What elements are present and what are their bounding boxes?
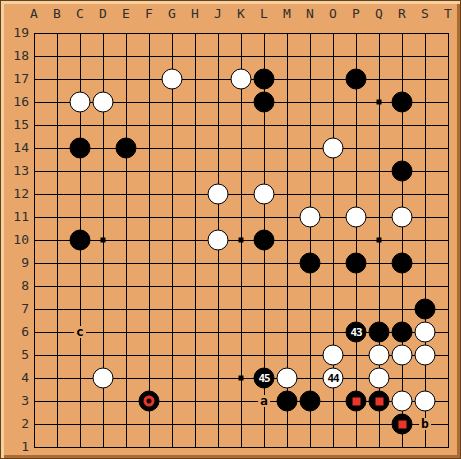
row-label: 5 [2,348,29,362]
black-stone[interactable] [277,391,298,412]
red-square-mark [352,397,360,405]
white-stone[interactable] [323,345,344,366]
white-stone[interactable] [392,345,413,366]
column-label: P [352,7,360,21]
black-stone[interactable]: 45 [254,368,275,389]
point-label-b[interactable]: b [419,418,431,430]
white-stone[interactable] [415,322,436,343]
white-stone[interactable]: 44 [323,368,344,389]
column-label: J [214,7,222,21]
point-label-a[interactable]: a [258,395,270,407]
white-stone[interactable] [231,69,252,90]
row-label: 4 [2,371,29,385]
column-label: B [53,7,61,21]
column-label: T [444,7,452,21]
white-stone[interactable] [162,69,183,90]
white-stone[interactable] [415,345,436,366]
white-stone[interactable] [392,207,413,228]
white-stone[interactable] [208,184,229,205]
column-label: N [306,7,314,21]
column-label: E [122,7,130,21]
row-label: 11 [2,210,29,224]
black-stone[interactable] [346,391,367,412]
star-point [377,100,382,105]
column-label: F [145,7,153,21]
black-stone[interactable] [254,69,275,90]
row-label: 7 [2,302,29,316]
row-label: 13 [2,164,29,178]
row-label: 2 [2,417,29,431]
black-stone[interactable] [392,253,413,274]
white-stone[interactable] [93,92,114,113]
white-stone[interactable] [346,207,367,228]
row-label: 15 [2,118,29,132]
black-stone[interactable] [300,391,321,412]
column-label: M [283,7,291,21]
black-stone[interactable] [392,161,413,182]
white-stone[interactable] [392,391,413,412]
black-stone[interactable] [392,92,413,113]
column-label: G [168,7,176,21]
move-number: 45 [258,372,269,385]
column-label: Q [375,7,383,21]
move-number: 43 [350,326,361,339]
black-stone[interactable] [70,230,91,251]
white-stone[interactable] [70,92,91,113]
white-stone[interactable] [208,230,229,251]
column-label: D [99,7,107,21]
row-label: 16 [2,95,29,109]
column-label: K [237,7,245,21]
white-stone[interactable] [369,345,390,366]
row-label: 10 [2,233,29,247]
row-label: 18 [2,49,29,63]
row-label: 9 [2,256,29,270]
white-stone[interactable] [93,368,114,389]
column-label: O [329,7,337,21]
black-stone[interactable] [346,69,367,90]
row-label: 17 [2,72,29,86]
black-stone[interactable] [392,322,413,343]
white-stone[interactable] [415,391,436,412]
go-board-screen: ABCDEFGHJKLMNOPQRST191817161514131211109… [0,0,461,459]
black-stone[interactable] [116,138,137,159]
column-label: R [398,7,406,21]
black-stone[interactable] [369,322,390,343]
white-stone[interactable] [254,184,275,205]
star-point [239,376,244,381]
row-label: 6 [2,325,29,339]
red-square-mark [398,420,406,428]
black-stone[interactable] [415,299,436,320]
row-label: 12 [2,187,29,201]
black-stone[interactable]: 43 [346,322,367,343]
point-label-c[interactable]: c [74,326,86,338]
black-stone[interactable] [392,414,413,435]
row-label: 1 [2,440,29,454]
red-circle-mark [144,396,155,407]
black-stone[interactable] [254,92,275,113]
row-label: 3 [2,394,29,408]
column-label: A [30,7,38,21]
column-label: S [421,7,429,21]
row-label: 8 [2,279,29,293]
black-stone[interactable] [70,138,91,159]
red-square-mark [375,397,383,405]
black-stone[interactable] [139,391,160,412]
black-stone[interactable] [300,253,321,274]
star-point [101,238,106,243]
column-label: L [260,7,268,21]
star-point [239,238,244,243]
black-stone[interactable] [346,253,367,274]
white-stone[interactable] [323,138,344,159]
black-stone[interactable] [254,230,275,251]
white-stone[interactable] [300,207,321,228]
column-label: H [191,7,199,21]
star-point [377,238,382,243]
white-stone[interactable] [277,368,298,389]
row-label: 19 [2,26,29,40]
white-stone[interactable] [369,368,390,389]
move-number: 44 [327,372,338,385]
black-stone[interactable] [369,391,390,412]
column-label: C [76,7,84,21]
row-label: 14 [2,141,29,155]
